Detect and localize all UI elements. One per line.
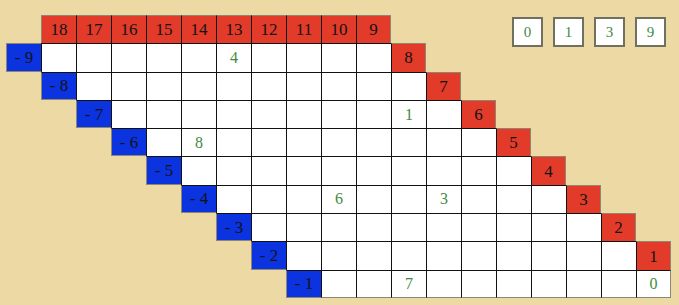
minuend-header-15: 15 (146, 15, 181, 43)
answer-cell-6-minus-3[interactable] (461, 213, 496, 241)
answer-cell-12-minus-7[interactable] (251, 100, 286, 128)
answer-cell-4-minus-3[interactable] (531, 213, 566, 241)
answer-cell-8-minus-2[interactable] (391, 241, 426, 269)
minuend-header-6: 6 (461, 100, 496, 128)
answer-cell-17-minus-8[interactable] (76, 72, 111, 100)
answer-cell-9-minus-9[interactable] (356, 43, 391, 71)
answer-cell-3-minus-3[interactable] (566, 213, 601, 241)
answer-cell-6-minus-1[interactable] (461, 270, 496, 298)
answer-cell-9-minus-7[interactable] (356, 100, 391, 128)
answer-cell-10-minus-7[interactable] (321, 100, 356, 128)
minuend-header-12: 12 (251, 15, 286, 43)
answer-cell-7-minus-1[interactable] (426, 270, 461, 298)
answer-cell-5-minus-3[interactable] (496, 213, 531, 241)
answer-cell-16-minus-8[interactable] (111, 72, 146, 100)
answer-cell-11-minus-7[interactable] (286, 100, 321, 128)
answer-cell-10-minus-3[interactable] (321, 213, 356, 241)
answer-cell-15-minus-6[interactable] (146, 128, 181, 156)
answer-cell-6-minus-2[interactable] (461, 241, 496, 269)
answer-cell-11-minus-3[interactable] (286, 213, 321, 241)
answer-cell-14-minus-5[interactable] (181, 156, 216, 184)
subtrahend-header-4: - 4 (181, 185, 216, 213)
subtrahend-header-5: - 5 (146, 156, 181, 184)
answer-cell-9-minus-5[interactable] (356, 156, 391, 184)
minuend-header-16: 16 (111, 15, 146, 43)
answer-cell-11-minus-4[interactable] (286, 185, 321, 213)
answer-cell-12-minus-5[interactable] (251, 156, 286, 184)
answer-cell-4-minus-1[interactable] (531, 270, 566, 298)
answer-cell-11-minus-8[interactable] (286, 72, 321, 100)
answer-cell-8-minus-7[interactable]: 1 (391, 100, 426, 128)
subtrahend-header-8: - 8 (41, 72, 76, 100)
answer-cell-8-minus-6[interactable] (391, 128, 426, 156)
answer-cell-9-minus-8[interactable] (356, 72, 391, 100)
answer-cell-5-minus-5[interactable] (496, 156, 531, 184)
answer-cell-11-minus-9[interactable] (286, 43, 321, 71)
answer-cell-10-minus-6[interactable] (321, 128, 356, 156)
answer-cell-12-minus-4[interactable] (251, 185, 286, 213)
answer-cell-7-minus-7[interactable] (426, 100, 461, 128)
answer-cell-6-minus-4[interactable] (461, 185, 496, 213)
answer-cell-14-minus-8[interactable] (181, 72, 216, 100)
answer-cell-15-minus-8[interactable] (146, 72, 181, 100)
answer-cell-12-minus-6[interactable] (251, 128, 286, 156)
answer-cell-9-minus-3[interactable] (356, 213, 391, 241)
answer-cell-11-minus-5[interactable] (286, 156, 321, 184)
answer-cell-12-minus-3[interactable] (251, 213, 286, 241)
answer-cell-5-minus-1[interactable] (496, 270, 531, 298)
answer-cell-13-minus-5[interactable] (216, 156, 251, 184)
answer-cell-13-minus-8[interactable] (216, 72, 251, 100)
answer-cell-14-minus-6[interactable]: 8 (181, 128, 216, 156)
minuend-header-3: 3 (566, 185, 601, 213)
answer-cell-13-minus-9[interactable]: 4 (216, 43, 251, 71)
minuend-header-7: 7 (426, 72, 461, 100)
minuend-header-4: 4 (531, 156, 566, 184)
tray-tile-0[interactable]: 0 (512, 17, 543, 47)
subtrahend-header-3: - 3 (216, 213, 251, 241)
subtraction-chart-board: 181716151413121110987654321- 9- 8- 7- 6-… (6, 15, 671, 298)
minuend-header-18: 18 (41, 15, 76, 43)
answer-cell-7-minus-5[interactable] (426, 156, 461, 184)
answer-cell-7-minus-4[interactable]: 3 (426, 185, 461, 213)
answer-cell-4-minus-2[interactable] (531, 241, 566, 269)
answer-cell-3-minus-1[interactable] (566, 270, 601, 298)
tray-tile-3[interactable]: 3 (594, 17, 625, 47)
answer-cell-7-minus-6[interactable] (426, 128, 461, 156)
answer-cell-11-minus-6[interactable] (286, 128, 321, 156)
minuend-header-9: 9 (356, 15, 391, 43)
answer-cell-14-minus-7[interactable] (181, 100, 216, 128)
subtrahend-header-7: - 7 (76, 100, 111, 128)
answer-cell-2-minus-1[interactable] (601, 270, 636, 298)
answer-tile-tray: 0139 (512, 17, 666, 47)
answer-cell-8-minus-1[interactable]: 7 (391, 270, 426, 298)
answer-cell-8-minus-5[interactable] (391, 156, 426, 184)
answer-cell-15-minus-7[interactable] (146, 100, 181, 128)
answer-cell-4-minus-4[interactable] (531, 185, 566, 213)
tray-tile-9[interactable]: 9 (635, 17, 666, 47)
answer-cell-13-minus-4[interactable] (216, 185, 251, 213)
answer-cell-6-minus-6[interactable] (461, 128, 496, 156)
minuend-header-5: 5 (496, 128, 531, 156)
minuend-header-1: 1 (636, 241, 671, 269)
answer-cell-18-minus-9[interactable] (41, 43, 76, 71)
answer-cell-1-minus-1[interactable]: 0 (636, 270, 671, 298)
answer-cell-14-minus-9[interactable] (181, 43, 216, 71)
subtrahend-header-6: - 6 (111, 128, 146, 156)
answer-cell-7-minus-2[interactable] (426, 241, 461, 269)
subtraction-chart-page: 181716151413121110987654321- 9- 8- 7- 6-… (0, 0, 679, 305)
minuend-header-8: 8 (391, 43, 426, 71)
minuend-header-10: 10 (321, 15, 356, 43)
minuend-header-14: 14 (181, 15, 216, 43)
answer-cell-10-minus-9[interactable] (321, 43, 356, 71)
minuend-header-17: 17 (76, 15, 111, 43)
answer-cell-13-minus-6[interactable] (216, 128, 251, 156)
subtrahend-header-1: - 1 (286, 270, 321, 298)
subtrahend-header-2: - 2 (251, 241, 286, 269)
answer-cell-9-minus-1[interactable] (356, 270, 391, 298)
answer-cell-16-minus-7[interactable] (111, 100, 146, 128)
minuend-header-2: 2 (601, 213, 636, 241)
answer-cell-8-minus-8[interactable] (391, 72, 426, 100)
answer-cell-5-minus-2[interactable] (496, 241, 531, 269)
answer-cell-2-minus-2[interactable] (601, 241, 636, 269)
tray-tile-1[interactable]: 1 (553, 17, 584, 47)
minuend-header-11: 11 (286, 15, 321, 43)
answer-cell-10-minus-4[interactable]: 6 (321, 185, 356, 213)
answer-cell-17-minus-9[interactable] (76, 43, 111, 71)
answer-cell-9-minus-2[interactable] (356, 241, 391, 269)
answer-cell-12-minus-8[interactable] (251, 72, 286, 100)
minuend-header-13: 13 (216, 15, 251, 43)
answer-cell-10-minus-1[interactable] (321, 270, 356, 298)
answer-cell-7-minus-3[interactable] (426, 213, 461, 241)
answer-cell-10-minus-2[interactable] (321, 241, 356, 269)
answer-cell-11-minus-2[interactable] (286, 241, 321, 269)
answer-cell-8-minus-3[interactable] (391, 213, 426, 241)
answer-cell-15-minus-9[interactable] (146, 43, 181, 71)
answer-cell-6-minus-5[interactable] (461, 156, 496, 184)
answer-cell-10-minus-5[interactable] (321, 156, 356, 184)
answer-cell-10-minus-8[interactable] (321, 72, 356, 100)
answer-cell-13-minus-7[interactable] (216, 100, 251, 128)
answer-cell-8-minus-4[interactable] (391, 185, 426, 213)
answer-cell-9-minus-6[interactable] (356, 128, 391, 156)
answer-cell-9-minus-4[interactable] (356, 185, 391, 213)
answer-cell-3-minus-2[interactable] (566, 241, 601, 269)
answer-cell-5-minus-4[interactable] (496, 185, 531, 213)
answer-cell-12-minus-9[interactable] (251, 43, 286, 71)
answer-cell-16-minus-9[interactable] (111, 43, 146, 71)
subtrahend-header-9: - 9 (6, 43, 41, 71)
